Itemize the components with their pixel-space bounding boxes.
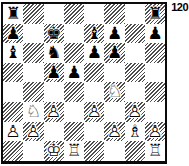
piece-outline: ♙ [84,102,104,122]
piece-outline: ♙ [23,122,43,142]
square-b6[interactable] [23,43,43,63]
square-a6[interactable]: ♝ [3,43,23,63]
black-rook-piece[interactable]: ♜ [3,4,23,24]
square-d3[interactable] [64,102,84,122]
black-pawn-piece[interactable]: ♟ [104,43,124,63]
square-c2[interactable] [44,122,64,142]
square-a7[interactable]: ♟ [3,24,23,44]
square-c7[interactable]: ♚ [44,24,64,44]
square-a5[interactable] [3,63,23,83]
square-b3[interactable]: ♞♘ [23,102,43,122]
square-g1[interactable] [125,141,145,161]
square-f4[interactable]: ♞♘ [104,82,124,102]
square-f8[interactable] [104,4,124,24]
square-h6[interactable] [145,43,165,63]
square-d8[interactable] [64,4,84,24]
square-g8[interactable] [125,4,145,24]
black-rook-piece[interactable]: ♜ [145,4,165,24]
black-bishop-piece[interactable]: ♝ [3,43,23,63]
square-a4[interactable] [3,82,23,102]
square-a8[interactable]: ♜ [3,4,23,24]
black-pawn-piece[interactable]: ♟ [3,24,23,44]
square-h2[interactable]: ♟♙ [145,122,165,142]
square-b7[interactable] [23,24,43,44]
white-pawn-piece[interactable]: ♟♙ [23,122,43,142]
square-b4[interactable] [23,82,43,102]
square-e2[interactable] [84,122,104,142]
white-pawn-piece[interactable]: ♟♙ [84,102,104,122]
square-c3[interactable]: ♟♙ [44,102,64,122]
white-king-piece[interactable]: ♚♔ [44,141,64,161]
white-rook-piece[interactable]: ♜♖ [64,141,84,161]
square-b2[interactable]: ♟♙ [23,122,43,142]
square-e8[interactable] [84,4,104,24]
chess-diagram-page: ♜♜♟♚♝♟♟♝♞♟♟♟♟♞♘♞♘♟♙♟♙♟♙♟♙♟♙♟♙♝♗♟♙♚♔♜♖♜♖ … [0,0,189,166]
square-f6[interactable]: ♟ [104,43,124,63]
square-c6[interactable]: ♞ [44,43,64,63]
diagram-number: 120 [171,1,188,13]
piece-outline: ♔ [44,141,64,161]
square-c8[interactable] [44,4,64,24]
square-h8[interactable]: ♜ [145,4,165,24]
square-e6[interactable]: ♟ [84,43,104,63]
square-g4[interactable] [125,82,145,102]
piece-outline: ♘ [23,102,43,122]
square-d6[interactable] [64,43,84,63]
square-f7[interactable]: ♟ [104,24,124,44]
square-b8[interactable] [23,4,43,24]
square-g2[interactable]: ♝♗ [125,122,145,142]
square-h3[interactable] [145,102,165,122]
square-f5[interactable] [104,63,124,83]
square-e4[interactable] [84,82,104,102]
square-c5[interactable]: ♟ [44,63,64,83]
square-f3[interactable] [104,102,124,122]
square-h7[interactable]: ♟ [145,24,165,44]
square-d2[interactable] [64,122,84,142]
white-pawn-piece[interactable]: ♟♙ [3,122,23,142]
square-h5[interactable] [145,63,165,83]
piece-outline: ♗ [125,122,145,142]
square-d7[interactable] [64,24,84,44]
black-pawn-piece[interactable]: ♟ [145,24,165,44]
black-pawn-piece[interactable]: ♟ [84,43,104,63]
square-d5[interactable]: ♟ [64,63,84,83]
square-g7[interactable] [125,24,145,44]
square-e1[interactable] [84,141,104,161]
square-a2[interactable]: ♟♙ [3,122,23,142]
square-h1[interactable]: ♜♖ [145,141,165,161]
square-d1[interactable]: ♜♖ [64,141,84,161]
square-g3[interactable]: ♟♙ [125,102,145,122]
square-e5[interactable] [84,63,104,83]
square-b1[interactable] [23,141,43,161]
square-c1[interactable]: ♚♔ [44,141,64,161]
white-pawn-piece[interactable]: ♟♙ [44,102,64,122]
square-f1[interactable] [104,141,124,161]
square-c4[interactable] [44,82,64,102]
square-d4[interactable] [64,82,84,102]
chess-board: ♜♜♟♚♝♟♟♝♞♟♟♟♟♞♘♞♘♟♙♟♙♟♙♟♙♟♙♟♙♝♗♟♙♚♔♜♖♜♖ [1,2,167,164]
white-bishop-piece[interactable]: ♝♗ [125,122,145,142]
square-a1[interactable] [3,141,23,161]
piece-outline: ♘ [104,82,124,102]
black-king-piece[interactable]: ♚ [44,24,64,44]
piece-outline: ♖ [145,141,165,161]
black-pawn-piece[interactable]: ♟ [104,24,124,44]
black-bishop-piece[interactable]: ♝ [84,24,104,44]
square-h4[interactable] [145,82,165,102]
piece-outline: ♙ [44,102,64,122]
piece-outline: ♙ [3,122,23,142]
white-knight-piece[interactable]: ♞♘ [23,102,43,122]
white-pawn-piece[interactable]: ♟♙ [125,102,145,122]
black-pawn-piece[interactable]: ♟ [64,63,84,83]
white-pawn-piece[interactable]: ♟♙ [145,122,165,142]
square-e3[interactable]: ♟♙ [84,102,104,122]
piece-outline: ♙ [145,122,165,142]
square-b5[interactable] [23,63,43,83]
black-knight-piece[interactable]: ♞ [44,43,64,63]
black-pawn-piece[interactable]: ♟ [44,63,64,83]
square-g6[interactable] [125,43,145,63]
piece-outline: ♖ [64,141,84,161]
piece-outline: ♙ [125,102,145,122]
white-knight-piece[interactable]: ♞♘ [104,82,124,102]
white-rook-piece[interactable]: ♜♖ [145,141,165,161]
square-g5[interactable] [125,63,145,83]
square-f2[interactable]: ♟♙ [104,122,124,142]
square-a3[interactable] [3,102,23,122]
square-e7[interactable]: ♝ [84,24,104,44]
white-pawn-piece[interactable]: ♟♙ [104,122,124,142]
piece-outline: ♙ [104,122,124,142]
